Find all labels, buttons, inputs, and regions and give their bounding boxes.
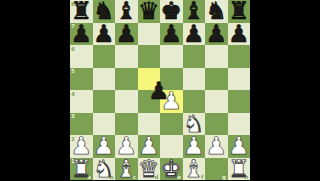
piece-white-queen-d1[interactable]: ♛	[138, 158, 161, 181]
piece-white-rook-h1[interactable]: ♜	[228, 158, 251, 181]
square-c5[interactable]	[115, 68, 138, 91]
coord-file-g: g	[222, 174, 226, 180]
square-h6[interactable]	[228, 45, 251, 68]
square-b5[interactable]	[93, 68, 116, 91]
piece-black-pawn-f7[interactable]: ♟	[183, 23, 206, 46]
piece-black-pawn-animating[interactable]: ♟	[148, 80, 171, 103]
square-g4[interactable]	[205, 90, 228, 113]
piece-black-pawn-e7[interactable]: ♟	[160, 23, 183, 46]
square-f5[interactable]	[183, 68, 206, 91]
square-d6[interactable]	[138, 45, 161, 68]
piece-black-queen-d8[interactable]: ♛	[138, 0, 161, 23]
square-c6[interactable]	[115, 45, 138, 68]
piece-black-pawn-g7[interactable]: ♟	[205, 23, 228, 46]
square-e6[interactable]	[160, 45, 183, 68]
coord-rank-3: 3	[71, 113, 75, 119]
piece-white-rook-a1[interactable]: ♜	[70, 158, 93, 181]
square-h4[interactable]	[228, 90, 251, 113]
piece-black-pawn-a7[interactable]: ♟	[70, 23, 93, 46]
screenshot-root: 87654321abcdefgh ♜♞♝♛♚♝♞♜♟♟♟♟♟♟♟♟♞♟♟♟♟♟♟…	[0, 0, 320, 180]
piece-white-knight-b1[interactable]: ♞	[93, 158, 116, 181]
piece-white-bishop-c1[interactable]: ♝	[115, 158, 138, 181]
piece-black-pawn-h7[interactable]: ♟	[228, 23, 251, 46]
square-a5[interactable]: 5	[70, 68, 93, 91]
square-a6[interactable]: 6	[70, 45, 93, 68]
piece-black-pawn-c7[interactable]: ♟	[115, 23, 138, 46]
square-a4[interactable]: 4	[70, 90, 93, 113]
piece-black-pawn-b7[interactable]: ♟	[93, 23, 116, 46]
square-e3[interactable]	[160, 113, 183, 136]
square-b4[interactable]	[93, 90, 116, 113]
square-g1[interactable]: g	[205, 158, 228, 181]
square-g5[interactable]	[205, 68, 228, 91]
piece-white-king-e1[interactable]: ♚	[160, 158, 183, 181]
square-g6[interactable]	[205, 45, 228, 68]
piece-white-pawn-g2[interactable]: ♟	[205, 135, 228, 158]
coord-rank-4: 4	[71, 91, 75, 97]
square-f6[interactable]	[183, 45, 206, 68]
square-b6[interactable]	[93, 45, 116, 68]
right-black-bar	[250, 0, 320, 180]
square-h5[interactable]	[228, 68, 251, 91]
square-d7[interactable]	[138, 23, 161, 46]
coord-rank-5: 5	[71, 68, 75, 74]
piece-white-bishop-f1[interactable]: ♝	[183, 158, 206, 181]
square-c4[interactable]	[115, 90, 138, 113]
left-black-bar	[0, 0, 70, 180]
